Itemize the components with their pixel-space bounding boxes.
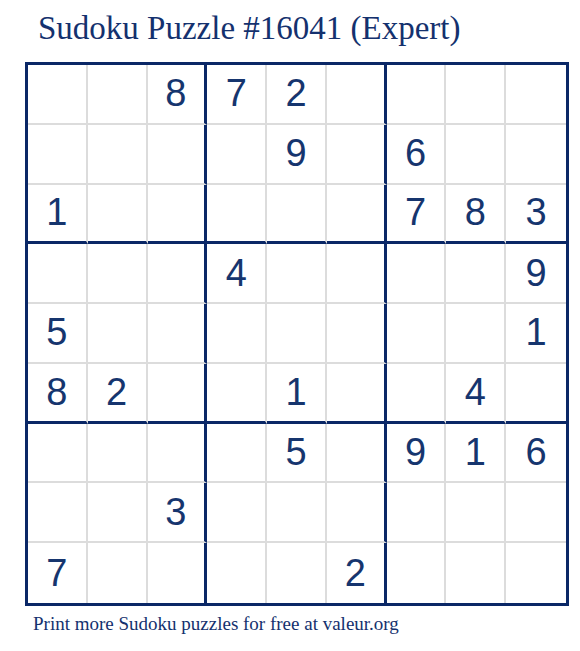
sudoku-cell: 3 [148,483,208,543]
sudoku-cell [28,424,88,484]
sudoku-cell [327,483,387,543]
sudoku-cell [387,364,447,424]
sudoku-cell [327,244,387,304]
sudoku-cell: 1 [446,424,506,484]
sudoku-cell: 9 [387,424,447,484]
sudoku-cell [267,543,327,603]
sudoku-cell [446,543,506,603]
sudoku-cell [327,304,387,364]
sudoku-cell: 9 [267,125,327,185]
sudoku-cell: 6 [387,125,447,185]
sudoku-cell [207,185,267,245]
sudoku-cell [207,304,267,364]
sudoku-cell [327,424,387,484]
sudoku-cell [148,125,208,185]
sudoku-cell: 2 [327,543,387,603]
footer-note: Print more Sudoku puzzles for free at va… [33,613,399,635]
sudoku-cell [148,185,208,245]
sudoku-cell: 8 [148,65,208,125]
sudoku-cell [327,364,387,424]
sudoku-cell: 1 [267,364,327,424]
sudoku-cell [267,304,327,364]
sudoku-cell [506,543,566,603]
sudoku-cell [327,185,387,245]
sudoku-cell [387,483,447,543]
sudoku-cell [387,543,447,603]
sudoku-cell [387,244,447,304]
sudoku-page: Sudoku Puzzle #16041 (Expert) 8729617834… [0,0,580,651]
sudoku-cell [446,125,506,185]
sudoku-board: 872961783495182145916372 [25,62,569,606]
sudoku-cell [88,125,148,185]
sudoku-cell [207,125,267,185]
sudoku-cell [88,483,148,543]
sudoku-cell [446,244,506,304]
sudoku-cell [148,304,208,364]
sudoku-cell: 4 [446,364,506,424]
sudoku-cell: 8 [446,185,506,245]
sudoku-cell [207,483,267,543]
sudoku-cell [88,424,148,484]
sudoku-cell [148,543,208,603]
sudoku-cell [506,483,566,543]
sudoku-cell: 7 [207,65,267,125]
sudoku-cell [207,364,267,424]
sudoku-cell [387,304,447,364]
sudoku-cell [267,244,327,304]
sudoku-cell: 2 [88,364,148,424]
sudoku-cell [207,424,267,484]
sudoku-cell [28,125,88,185]
sudoku-cell: 8 [28,364,88,424]
sudoku-cell: 7 [28,543,88,603]
sudoku-cell [506,125,566,185]
sudoku-cell [267,185,327,245]
sudoku-cell [327,125,387,185]
sudoku-cell [28,65,88,125]
sudoku-cell: 6 [506,424,566,484]
sudoku-cell [387,65,447,125]
sudoku-cell [88,244,148,304]
sudoku-cell [88,304,148,364]
sudoku-cell [28,483,88,543]
sudoku-cell [88,185,148,245]
sudoku-cell [207,543,267,603]
sudoku-cell: 4 [207,244,267,304]
sudoku-cell [446,483,506,543]
page-title: Sudoku Puzzle #16041 (Expert) [38,10,461,46]
sudoku-cell: 7 [387,185,447,245]
sudoku-cell [506,65,566,125]
sudoku-cell: 5 [267,424,327,484]
sudoku-cell [506,364,566,424]
sudoku-cell [148,364,208,424]
sudoku-cell: 1 [506,304,566,364]
sudoku-cell [446,304,506,364]
sudoku-cell [148,244,208,304]
sudoku-cell [327,65,387,125]
sudoku-cell [88,65,148,125]
sudoku-cell: 1 [28,185,88,245]
sudoku-cell [28,244,88,304]
sudoku-cell: 2 [267,65,327,125]
sudoku-cell [88,543,148,603]
sudoku-cell: 5 [28,304,88,364]
sudoku-cell: 9 [506,244,566,304]
sudoku-cell [446,65,506,125]
sudoku-cell: 3 [506,185,566,245]
sudoku-cell [267,483,327,543]
sudoku-cell [148,424,208,484]
